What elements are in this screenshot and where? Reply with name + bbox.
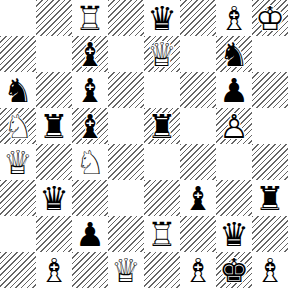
square-c2[interactable]: ♟♟ xyxy=(72,216,108,252)
piece-white-knight: ♘ xyxy=(72,144,108,180)
square-f4[interactable] xyxy=(180,144,216,180)
square-d4[interactable] xyxy=(108,144,144,180)
square-b4[interactable] xyxy=(36,144,72,180)
square-b2[interactable] xyxy=(36,216,72,252)
piece-white-knight: ♘ xyxy=(0,108,36,144)
chess-board: ♜♖♛♛♝♗♚♔♝♝♛♕♞♞♞♞♝♝♟♟♞♘♜♜♝♝♜♜♟♙♛♕♞♘♛♛♝♝♜♜… xyxy=(0,0,288,288)
square-f8[interactable] xyxy=(180,0,216,36)
square-a7[interactable] xyxy=(0,36,36,72)
square-g8[interactable]: ♝♗ xyxy=(216,0,252,36)
square-d8[interactable] xyxy=(108,0,144,36)
square-h1[interactable]: ♝♗ xyxy=(252,252,288,288)
square-b1[interactable]: ♝♗ xyxy=(36,252,72,288)
square-c4[interactable]: ♞♘ xyxy=(72,144,108,180)
square-f6[interactable] xyxy=(180,72,216,108)
square-f5[interactable] xyxy=(180,108,216,144)
square-a6[interactable]: ♞♞ xyxy=(0,72,36,108)
square-a5[interactable]: ♞♘ xyxy=(0,108,36,144)
square-f1[interactable]: ♝♗ xyxy=(180,252,216,288)
piece-black-bishop: ♝ xyxy=(72,72,108,108)
square-h2[interactable] xyxy=(252,216,288,252)
square-d2[interactable] xyxy=(108,216,144,252)
piece-black-queen: ♛ xyxy=(216,216,252,252)
square-g2[interactable]: ♛♛ xyxy=(216,216,252,252)
square-b7[interactable] xyxy=(36,36,72,72)
piece-white-bishop: ♗ xyxy=(36,252,72,288)
square-d5[interactable] xyxy=(108,108,144,144)
piece-white-rook: ♖ xyxy=(144,216,180,252)
square-e4[interactable] xyxy=(144,144,180,180)
square-d3[interactable] xyxy=(108,180,144,216)
square-f2[interactable] xyxy=(180,216,216,252)
square-c6[interactable]: ♝♝ xyxy=(72,72,108,108)
square-b3[interactable]: ♛♛ xyxy=(36,180,72,216)
square-a3[interactable] xyxy=(0,180,36,216)
square-e7[interactable]: ♛♕ xyxy=(144,36,180,72)
piece-black-knight: ♞ xyxy=(216,36,252,72)
square-d1[interactable]: ♛♕ xyxy=(108,252,144,288)
piece-white-queen: ♕ xyxy=(0,144,36,180)
square-g4[interactable] xyxy=(216,144,252,180)
piece-black-rook: ♜ xyxy=(36,108,72,144)
square-g5[interactable]: ♟♙ xyxy=(216,108,252,144)
piece-white-king: ♔ xyxy=(252,0,288,36)
piece-black-rook: ♜ xyxy=(144,108,180,144)
square-a4[interactable]: ♛♕ xyxy=(0,144,36,180)
square-f7[interactable] xyxy=(180,36,216,72)
square-a1[interactable] xyxy=(0,252,36,288)
piece-black-queen: ♛ xyxy=(144,0,180,36)
piece-black-rook: ♜ xyxy=(252,180,288,216)
square-e1[interactable] xyxy=(144,252,180,288)
square-a8[interactable] xyxy=(0,0,36,36)
piece-black-bishop: ♝ xyxy=(180,180,216,216)
piece-white-queen: ♕ xyxy=(108,252,144,288)
square-e6[interactable] xyxy=(144,72,180,108)
square-b6[interactable] xyxy=(36,72,72,108)
piece-white-pawn: ♙ xyxy=(216,108,252,144)
piece-white-bishop: ♗ xyxy=(216,0,252,36)
square-h4[interactable] xyxy=(252,144,288,180)
square-h6[interactable] xyxy=(252,72,288,108)
piece-black-king: ♚ xyxy=(216,252,252,288)
piece-black-pawn: ♟ xyxy=(216,72,252,108)
square-g1[interactable]: ♚♚ xyxy=(216,252,252,288)
square-c8[interactable]: ♜♖ xyxy=(72,0,108,36)
piece-white-rook: ♖ xyxy=(72,0,108,36)
square-g3[interactable] xyxy=(216,180,252,216)
square-c3[interactable] xyxy=(72,180,108,216)
square-h3[interactable]: ♜♜ xyxy=(252,180,288,216)
square-h7[interactable] xyxy=(252,36,288,72)
square-e8[interactable]: ♛♛ xyxy=(144,0,180,36)
piece-black-knight: ♞ xyxy=(0,72,36,108)
square-g7[interactable]: ♞♞ xyxy=(216,36,252,72)
piece-white-bishop: ♗ xyxy=(180,252,216,288)
square-f3[interactable]: ♝♝ xyxy=(180,180,216,216)
piece-white-bishop: ♗ xyxy=(252,252,288,288)
square-b5[interactable]: ♜♜ xyxy=(36,108,72,144)
square-h5[interactable] xyxy=(252,108,288,144)
square-d7[interactable] xyxy=(108,36,144,72)
square-g6[interactable]: ♟♟ xyxy=(216,72,252,108)
square-c5[interactable]: ♝♝ xyxy=(72,108,108,144)
square-e2[interactable]: ♜♖ xyxy=(144,216,180,252)
piece-black-bishop: ♝ xyxy=(72,36,108,72)
square-b8[interactable] xyxy=(36,0,72,36)
piece-black-queen: ♛ xyxy=(36,180,72,216)
square-e3[interactable] xyxy=(144,180,180,216)
square-h8[interactable]: ♚♔ xyxy=(252,0,288,36)
piece-white-queen: ♕ xyxy=(144,36,180,72)
square-e5[interactable]: ♜♜ xyxy=(144,108,180,144)
square-c7[interactable]: ♝♝ xyxy=(72,36,108,72)
piece-black-bishop: ♝ xyxy=(72,108,108,144)
piece-black-pawn: ♟ xyxy=(72,216,108,252)
square-a2[interactable] xyxy=(0,216,36,252)
square-d6[interactable] xyxy=(108,72,144,108)
square-c1[interactable] xyxy=(72,252,108,288)
